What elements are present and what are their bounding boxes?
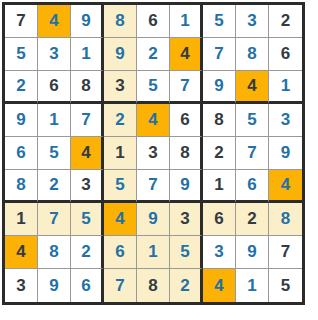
sudoku-cell-r4c6[interactable]: 6 [170,104,203,137]
sudoku-cell-r6c2[interactable]: 2 [38,170,71,203]
sudoku-cell-r2c3[interactable]: 1 [71,38,104,71]
sudoku-cell-r1c2[interactable]: 4 [38,5,71,38]
sudoku-cell-r5c2[interactable]: 5 [38,137,71,170]
sudoku-cell-r7c4[interactable]: 4 [104,203,137,236]
sudoku-cell-r2c5[interactable]: 2 [137,38,170,71]
sudoku-cell-r7c6[interactable]: 3 [170,203,203,236]
sudoku-cell-r1c1[interactable]: 7 [5,5,38,38]
sudoku-cell-r7c3[interactable]: 5 [71,203,104,236]
sudoku-cell-r6c7[interactable]: 1 [203,170,236,203]
sudoku-cell-r3c9[interactable]: 1 [269,71,302,104]
sudoku-cell-r3c6[interactable]: 7 [170,71,203,104]
sudoku-cell-r4c7[interactable]: 8 [203,104,236,137]
sudoku-cell-r6c9[interactable]: 4 [269,170,302,203]
sudoku-cell-r3c4[interactable]: 3 [104,71,137,104]
sudoku-cell-r8c5[interactable]: 1 [137,236,170,269]
sudoku-cell-r8c4[interactable]: 6 [104,236,137,269]
sudoku-cell-r9c2[interactable]: 9 [38,269,71,302]
sudoku-cell-r9c4[interactable]: 7 [104,269,137,302]
sudoku-cell-r9c1[interactable]: 3 [5,269,38,302]
sudoku-cell-r3c3[interactable]: 8 [71,71,104,104]
sudoku-cell-r8c7[interactable]: 3 [203,236,236,269]
sudoku-cell-r2c6[interactable]: 4 [170,38,203,71]
sudoku-cell-r8c9[interactable]: 7 [269,236,302,269]
sudoku-cell-r4c5[interactable]: 4 [137,104,170,137]
sudoku-cell-r5c1[interactable]: 6 [5,137,38,170]
sudoku-cell-r5c5[interactable]: 3 [137,137,170,170]
sudoku-cell-r2c4[interactable]: 9 [104,38,137,71]
sudoku-cell-r7c2[interactable]: 7 [38,203,71,236]
sudoku-cell-r2c2[interactable]: 3 [38,38,71,71]
sudoku-cell-r1c9[interactable]: 2 [269,5,302,38]
sudoku-cell-r9c9[interactable]: 5 [269,269,302,302]
sudoku-cell-r1c8[interactable]: 3 [236,5,269,38]
sudoku-cell-r2c7[interactable]: 7 [203,38,236,71]
sudoku-cell-r5c3[interactable]: 4 [71,137,104,170]
sudoku-cell-r8c6[interactable]: 5 [170,236,203,269]
sudoku-cell-r1c3[interactable]: 9 [71,5,104,38]
sudoku-cell-r6c6[interactable]: 9 [170,170,203,203]
sudoku-cell-r4c8[interactable]: 5 [236,104,269,137]
sudoku-cell-r2c1[interactable]: 5 [5,38,38,71]
sudoku-cell-r6c1[interactable]: 8 [5,170,38,203]
sudoku-cell-r1c4[interactable]: 8 [104,5,137,38]
sudoku-cell-r9c6[interactable]: 2 [170,269,203,302]
sudoku-cell-r8c8[interactable]: 9 [236,236,269,269]
sudoku-cell-r6c8[interactable]: 6 [236,170,269,203]
sudoku-cell-r1c5[interactable]: 6 [137,5,170,38]
sudoku-cell-r7c9[interactable]: 8 [269,203,302,236]
sudoku-cell-r9c8[interactable]: 1 [236,269,269,302]
sudoku-cell-r9c3[interactable]: 6 [71,269,104,302]
sudoku-cell-r8c3[interactable]: 2 [71,236,104,269]
sudoku-cell-r2c9[interactable]: 6 [269,38,302,71]
sudoku-cell-r3c7[interactable]: 9 [203,71,236,104]
sudoku-cell-r3c2[interactable]: 6 [38,71,71,104]
sudoku-cell-r8c1[interactable]: 4 [5,236,38,269]
sudoku-cell-r1c6[interactable]: 1 [170,5,203,38]
sudoku-cell-r7c7[interactable]: 6 [203,203,236,236]
sudoku-cell-r4c1[interactable]: 9 [5,104,38,137]
sudoku-cell-r4c3[interactable]: 7 [71,104,104,137]
sudoku-cell-r6c3[interactable]: 3 [71,170,104,203]
sudoku-cell-r7c1[interactable]: 1 [5,203,38,236]
sudoku-cell-r1c7[interactable]: 5 [203,5,236,38]
sudoku-cell-r7c5[interactable]: 9 [137,203,170,236]
sudoku-cell-r2c8[interactable]: 8 [236,38,269,71]
sudoku-cell-r5c8[interactable]: 7 [236,137,269,170]
sudoku-cell-r5c6[interactable]: 8 [170,137,203,170]
sudoku-cell-r9c5[interactable]: 8 [137,269,170,302]
sudoku-cell-r9c7[interactable]: 4 [203,269,236,302]
sudoku-cell-r6c5[interactable]: 7 [137,170,170,203]
sudoku-cell-r8c2[interactable]: 8 [38,236,71,269]
sudoku-cell-r7c8[interactable]: 2 [236,203,269,236]
sudoku-cell-r3c8[interactable]: 4 [236,71,269,104]
sudoku-cell-r3c5[interactable]: 5 [137,71,170,104]
sudoku-cell-r6c4[interactable]: 5 [104,170,137,203]
sudoku-cell-r5c4[interactable]: 1 [104,137,137,170]
sudoku-cell-r4c9[interactable]: 3 [269,104,302,137]
sudoku-cell-r4c4[interactable]: 2 [104,104,137,137]
sudoku-cell-r5c9[interactable]: 9 [269,137,302,170]
sudoku-cell-r4c2[interactable]: 1 [38,104,71,137]
sudoku-cell-r5c7[interactable]: 2 [203,137,236,170]
sudoku-board: 7498615325319247862683579419172468536541… [2,2,305,305]
sudoku-cell-r3c1[interactable]: 2 [5,71,38,104]
sudoku-page: 7498615325319247862683579419172468536541… [0,0,307,307]
